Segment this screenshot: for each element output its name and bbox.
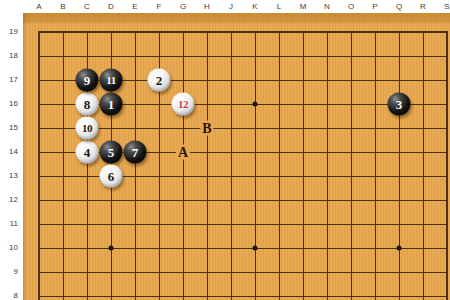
column-label-E: E [123,0,147,12]
grid-line-v-N [327,31,328,300]
column-label-J: J [219,0,243,12]
grid-line-h-10 [38,248,448,249]
grid-line-h-15 [38,128,448,129]
row-label-13: 13 [0,170,19,182]
grid-line-h-19 [38,31,448,33]
row-label-10: 10 [0,242,19,254]
row-label-16: 16 [0,98,19,110]
star-point-D10 [109,246,114,251]
row-label-17: 17 [0,74,19,86]
column-label-K: K [243,0,267,12]
stone-black-5-D14[interactable]: 5 [100,141,123,164]
grid-line-v-E [135,31,136,300]
move-number: 6 [108,170,115,183]
stone-white-10-C15[interactable]: 10 [76,117,99,140]
grid-line-v-S [446,31,448,300]
grid-line-v-H [207,31,208,300]
row-label-9: 9 [0,266,19,278]
move-number: 1 [108,98,115,111]
grid-line-v-L [279,31,280,300]
stone-white-4-C14[interactable]: 4 [76,141,99,164]
column-label-B: B [51,0,75,12]
row-label-19: 19 [0,26,19,38]
board-left-shade [23,13,26,300]
grid-line-h-8 [38,296,448,297]
grid-line-h-18 [38,56,448,57]
stone-white-2-F17[interactable]: 2 [148,69,171,92]
row-label-14: 14 [0,146,19,158]
column-label-L: L [267,0,291,12]
column-label-D: D [99,0,123,12]
grid-line-v-J [231,31,232,300]
stone-black-1-D16[interactable]: 1 [100,93,123,116]
grid-line-v-P [375,31,376,300]
grid-line-v-G [183,31,184,300]
star-point-K16 [253,102,258,107]
go-board[interactable]: 123456789101112AB [23,13,450,300]
move-number: 5 [108,146,115,159]
move-number: 10 [82,123,92,134]
move-number: 9 [84,74,91,87]
row-label-18: 18 [0,50,19,62]
stone-white-12-G16[interactable]: 12 [172,93,195,116]
stone-black-3-Q16[interactable]: 3 [388,93,411,116]
column-label-O: O [339,0,363,12]
column-label-Q: Q [387,0,411,12]
grid-line-h-12 [38,200,448,201]
row-label-15: 15 [0,122,19,134]
board-top-shade [23,13,450,24]
column-label-S: S [435,0,450,12]
stone-black-9-C17[interactable]: 9 [76,69,99,92]
move-number: 2 [156,74,163,87]
row-label-12: 12 [0,194,19,206]
grid-line-v-R [423,31,424,300]
column-label-F: F [147,0,171,12]
row-label-8: 8 [0,290,19,300]
grid-line-v-Q [399,31,400,300]
column-label-M: M [291,0,315,12]
star-point-Q10 [397,246,402,251]
stone-white-8-C16[interactable]: 8 [76,93,99,116]
stone-black-7-E14[interactable]: 7 [124,141,147,164]
point-label-A[interactable]: A [176,145,190,160]
grid-line-v-O [351,31,352,300]
move-number: 11 [106,75,115,86]
grid-line-v-M [303,31,304,300]
column-label-C: C [75,0,99,12]
grid-line-h-9 [38,272,448,273]
grid-line-v-A [38,31,40,300]
move-number: 7 [132,146,139,159]
column-label-A: A [27,0,51,12]
grid-line-h-11 [38,224,448,225]
move-number: 3 [396,98,403,111]
point-label-B[interactable]: B [200,121,213,136]
column-label-H: H [195,0,219,12]
move-number: 12 [178,99,188,110]
star-point-K10 [253,246,258,251]
grid-line-v-K [255,31,256,300]
grid-line-v-B [63,31,64,300]
move-number: 4 [84,146,91,159]
stone-black-11-D17[interactable]: 11 [100,69,123,92]
go-board-diagram: ABCDEFGHJKLMNOPQRS 191817161514131211109… [0,0,450,300]
stone-white-6-D13[interactable]: 6 [100,165,123,188]
row-label-11: 11 [0,218,19,230]
column-label-R: R [411,0,435,12]
column-label-P: P [363,0,387,12]
column-label-N: N [315,0,339,12]
column-label-G: G [171,0,195,12]
move-number: 8 [84,98,91,111]
